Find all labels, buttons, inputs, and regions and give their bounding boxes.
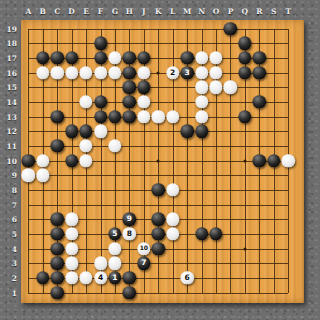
black-stone-M17 bbox=[180, 51, 193, 64]
white-stone-M2: 6 bbox=[180, 271, 193, 284]
black-stone-G2: 1 bbox=[108, 271, 121, 284]
black-stone-Q13 bbox=[238, 110, 251, 123]
move-number-label: 10 bbox=[140, 246, 148, 252]
white-stone-N16 bbox=[195, 66, 208, 79]
black-stone-C6 bbox=[50, 213, 63, 226]
white-stone-O16 bbox=[209, 66, 222, 79]
white-stone-N15 bbox=[195, 81, 208, 94]
row-label-5: 5 bbox=[12, 230, 17, 239]
black-stone-R17 bbox=[253, 51, 266, 64]
black-stone-F13 bbox=[94, 110, 107, 123]
white-stone-N14 bbox=[195, 95, 208, 108]
black-stone-R14 bbox=[253, 95, 266, 108]
black-stone-R10 bbox=[253, 154, 266, 167]
white-stone-J14 bbox=[137, 95, 150, 108]
column-label-N: N bbox=[198, 7, 205, 16]
white-stone-A9 bbox=[22, 169, 35, 182]
black-stone-J17 bbox=[137, 51, 150, 64]
black-stone-K6 bbox=[152, 213, 165, 226]
black-stone-J15 bbox=[137, 81, 150, 94]
column-label-S: S bbox=[271, 7, 276, 16]
black-stone-H1 bbox=[123, 286, 136, 299]
black-stone-D17 bbox=[65, 51, 78, 64]
black-stone-G13 bbox=[108, 110, 121, 123]
white-stone-L16: 2 bbox=[166, 66, 179, 79]
black-stone-Q18 bbox=[238, 37, 251, 50]
column-label-C: C bbox=[54, 7, 60, 16]
column-label-Q: Q bbox=[242, 7, 249, 16]
white-stone-G3 bbox=[108, 257, 121, 270]
row-label-9: 9 bbox=[12, 171, 17, 180]
white-stone-J16 bbox=[137, 66, 150, 79]
white-stone-P15 bbox=[224, 81, 237, 94]
white-stone-F2: 4 bbox=[94, 271, 107, 284]
white-stone-E14 bbox=[79, 95, 92, 108]
column-label-J: J bbox=[142, 7, 146, 16]
white-stone-D2 bbox=[65, 271, 78, 284]
column-label-L: L bbox=[170, 7, 175, 16]
white-stone-F12 bbox=[94, 125, 107, 138]
row-label-2: 2 bbox=[12, 274, 17, 283]
black-stone-H13 bbox=[123, 110, 136, 123]
white-stone-J4: 10 bbox=[137, 242, 150, 255]
white-stone-K13 bbox=[152, 110, 165, 123]
white-stone-H5: 8 bbox=[123, 227, 136, 240]
white-stone-E11 bbox=[79, 139, 92, 152]
white-stone-O15 bbox=[209, 81, 222, 94]
white-stone-D6 bbox=[65, 213, 78, 226]
column-label-F: F bbox=[98, 7, 103, 16]
column-label-E: E bbox=[83, 7, 89, 16]
row-label-1: 1 bbox=[12, 288, 17, 297]
black-stone-N5 bbox=[195, 227, 208, 240]
white-stone-D5 bbox=[65, 227, 78, 240]
row-label-4: 4 bbox=[12, 244, 17, 253]
row-label-3: 3 bbox=[12, 259, 17, 268]
black-stone-R16 bbox=[253, 66, 266, 79]
white-stone-G17 bbox=[108, 51, 121, 64]
black-stone-F14 bbox=[94, 95, 107, 108]
black-stone-N12 bbox=[195, 125, 208, 138]
black-stone-Q16 bbox=[238, 66, 251, 79]
move-number-label: 1 bbox=[112, 274, 117, 282]
black-stone-E12 bbox=[79, 125, 92, 138]
row-label-18: 18 bbox=[7, 39, 17, 48]
black-stone-B2 bbox=[36, 271, 49, 284]
black-stone-K8 bbox=[152, 183, 165, 196]
white-stone-L5 bbox=[166, 227, 179, 240]
row-label-15: 15 bbox=[7, 83, 17, 92]
move-number-label: 2 bbox=[170, 69, 175, 77]
go-board[interactable]: 23958107416 bbox=[21, 20, 304, 303]
grid-line-horizontal bbox=[28, 293, 288, 294]
column-label-G: G bbox=[112, 7, 118, 16]
move-number-label: 3 bbox=[185, 69, 190, 77]
row-label-10: 10 bbox=[7, 156, 17, 165]
white-stone-L8 bbox=[166, 183, 179, 196]
row-label-16: 16 bbox=[7, 68, 17, 77]
move-number-label: 6 bbox=[185, 274, 190, 282]
black-stone-A10 bbox=[22, 154, 35, 167]
white-stone-F16 bbox=[94, 66, 107, 79]
white-stone-E10 bbox=[79, 154, 92, 167]
white-stone-T10 bbox=[282, 154, 295, 167]
black-stone-P19 bbox=[224, 22, 237, 35]
column-label-M: M bbox=[183, 7, 191, 16]
move-number-label: 5 bbox=[112, 230, 117, 238]
black-stone-J3: 7 bbox=[137, 257, 150, 270]
black-stone-C3 bbox=[50, 257, 63, 270]
white-stone-B9 bbox=[36, 169, 49, 182]
black-stone-H14 bbox=[123, 95, 136, 108]
black-stone-M12 bbox=[180, 125, 193, 138]
white-stone-J13 bbox=[137, 110, 150, 123]
black-stone-K5 bbox=[152, 227, 165, 240]
grid-line-horizontal bbox=[28, 175, 288, 176]
black-stone-O5 bbox=[209, 227, 222, 240]
column-label-D: D bbox=[68, 7, 75, 16]
column-label-T: T bbox=[285, 7, 291, 16]
white-stone-N13 bbox=[195, 110, 208, 123]
white-stone-E2 bbox=[79, 271, 92, 284]
black-stone-H6: 9 bbox=[123, 213, 136, 226]
move-number-label: 8 bbox=[127, 230, 132, 238]
black-stone-H17 bbox=[123, 51, 136, 64]
white-stone-E16 bbox=[79, 66, 92, 79]
grid-line-vertical bbox=[230, 29, 231, 293]
black-stone-F18 bbox=[94, 37, 107, 50]
star-point bbox=[157, 159, 160, 162]
white-stone-G4 bbox=[108, 242, 121, 255]
black-stone-F17 bbox=[94, 51, 107, 64]
move-number-label: 9 bbox=[127, 216, 132, 224]
column-label-B: B bbox=[40, 7, 46, 16]
grid-line-horizontal bbox=[28, 205, 288, 206]
black-stone-G5: 5 bbox=[108, 227, 121, 240]
column-label-P: P bbox=[228, 7, 234, 16]
black-stone-M16: 3 bbox=[180, 66, 193, 79]
row-label-13: 13 bbox=[7, 112, 17, 121]
black-stone-C17 bbox=[50, 51, 63, 64]
row-label-11: 11 bbox=[7, 142, 17, 151]
white-stone-O17 bbox=[209, 51, 222, 64]
row-label-8: 8 bbox=[12, 186, 17, 195]
black-stone-C2 bbox=[50, 271, 63, 284]
black-stone-H2 bbox=[123, 271, 136, 284]
white-stone-L6 bbox=[166, 213, 179, 226]
black-stone-B17 bbox=[36, 51, 49, 64]
move-number-label: 4 bbox=[98, 274, 103, 282]
black-stone-C4 bbox=[50, 242, 63, 255]
row-label-12: 12 bbox=[7, 127, 17, 136]
white-stone-L13 bbox=[166, 110, 179, 123]
white-stone-G11 bbox=[108, 139, 121, 152]
go-app-window: 23958107416 ABCDEFGHJKLMNOPQRST 19181716… bbox=[0, 0, 320, 320]
black-stone-H15 bbox=[123, 81, 136, 94]
white-stone-D4 bbox=[65, 242, 78, 255]
row-label-14: 14 bbox=[7, 98, 17, 107]
row-label-17: 17 bbox=[7, 54, 17, 63]
black-stone-S10 bbox=[267, 154, 280, 167]
row-label-7: 7 bbox=[12, 200, 17, 209]
column-label-R: R bbox=[256, 7, 262, 16]
white-stone-D3 bbox=[65, 257, 78, 270]
white-stone-F3 bbox=[94, 257, 107, 270]
move-number-label: 7 bbox=[141, 260, 146, 268]
black-stone-H16 bbox=[123, 66, 136, 79]
black-stone-D10 bbox=[65, 154, 78, 167]
row-label-19: 19 bbox=[7, 24, 17, 33]
white-stone-B10 bbox=[36, 154, 49, 167]
row-label-6: 6 bbox=[12, 215, 17, 224]
black-stone-C11 bbox=[50, 139, 63, 152]
star-point bbox=[157, 71, 160, 74]
black-stone-Q17 bbox=[238, 51, 251, 64]
column-label-A: A bbox=[25, 7, 31, 16]
white-stone-C16 bbox=[50, 66, 63, 79]
white-stone-G16 bbox=[108, 66, 121, 79]
black-stone-C13 bbox=[50, 110, 63, 123]
column-label-O: O bbox=[213, 7, 220, 16]
black-stone-C1 bbox=[50, 286, 63, 299]
star-point bbox=[243, 247, 246, 250]
white-stone-B16 bbox=[36, 66, 49, 79]
black-stone-C5 bbox=[50, 227, 63, 240]
star-point bbox=[243, 159, 246, 162]
white-stone-N17 bbox=[195, 51, 208, 64]
column-label-K: K bbox=[155, 7, 162, 16]
white-stone-D16 bbox=[65, 66, 78, 79]
column-label-H: H bbox=[126, 7, 133, 16]
black-stone-D12 bbox=[65, 125, 78, 138]
black-stone-K4 bbox=[152, 242, 165, 255]
